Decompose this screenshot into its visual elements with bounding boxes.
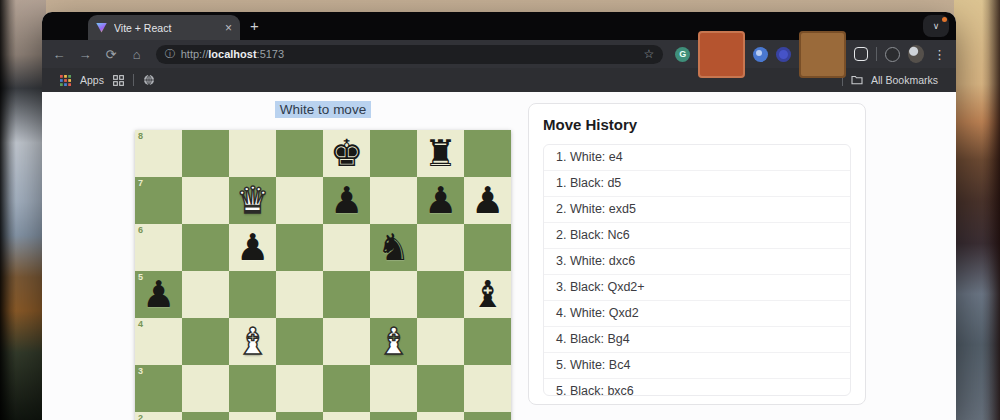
turn-status-text: White to move [275, 101, 371, 118]
squares-bookmark-icon[interactable] [113, 75, 124, 86]
square-c5[interactable] [229, 271, 276, 318]
desktop-wallpaper-right [954, 0, 1000, 420]
profile-avatar[interactable] [908, 45, 924, 63]
square-a8[interactable]: 8 [135, 130, 182, 177]
square-d4[interactable] [276, 318, 323, 365]
move-row: 5. White: Bc4 [544, 353, 850, 379]
move-row: 1. Black: d5 [544, 171, 850, 197]
indigo-extension-icon[interactable] [776, 47, 791, 62]
home-button[interactable]: ⌂ [130, 47, 144, 62]
square-b4[interactable] [182, 318, 229, 365]
square-c2[interactable] [229, 412, 276, 420]
globe-bookmark-icon[interactable] [143, 74, 155, 86]
square-h8[interactable] [464, 130, 511, 177]
square-a4[interactable]: 4 [135, 318, 182, 365]
back-button[interactable]: ← [52, 47, 66, 62]
square-g6[interactable] [417, 224, 464, 271]
black-rook-g8[interactable]: ♜ [417, 130, 464, 177]
blue-swirl-extension-icon[interactable] [753, 47, 768, 62]
square-e2[interactable] [323, 412, 370, 420]
rank-label-3: 3 [138, 366, 143, 376]
square-h2[interactable] [464, 412, 511, 420]
square-d3[interactable] [276, 365, 323, 412]
square-b5[interactable] [182, 271, 229, 318]
browser-window: Vite + React × + ∨ ← → ⟳ ⌂ ⓘ http://loca… [42, 12, 956, 420]
square-f3[interactable] [370, 365, 417, 412]
black-knight-f6[interactable]: ♞ [370, 224, 417, 271]
toolbar-separator [876, 47, 877, 61]
square-d6[interactable] [276, 224, 323, 271]
square-g8[interactable]: ♜ [417, 130, 464, 177]
square-c8[interactable] [229, 130, 276, 177]
square-e3[interactable] [323, 365, 370, 412]
address-bar[interactable]: ⓘ http://localhost:5173 ☆ [156, 45, 664, 64]
new-tab-button[interactable]: + [250, 18, 259, 33]
update-dot [942, 17, 947, 22]
square-g5[interactable] [417, 271, 464, 318]
turn-status: White to move [135, 100, 511, 118]
vite-favicon-icon [96, 23, 107, 33]
move-history-title: Move History [543, 116, 851, 133]
rank-label-4: 4 [138, 319, 143, 329]
square-h4[interactable] [464, 318, 511, 365]
square-h3[interactable] [464, 365, 511, 412]
move-row: 4. Black: Bg4 [544, 327, 850, 353]
extensions-menu-icon[interactable] [854, 47, 868, 61]
chess-board[interactable]: 8♚♜7♛♟♟♟6♟♞5♟♝4♝♝321 [135, 130, 511, 420]
white-bishop-c4[interactable]: ♝ [229, 318, 276, 365]
square-d2[interactable] [276, 412, 323, 420]
square-a5[interactable]: 5♟ [135, 271, 182, 318]
square-f8[interactable] [370, 130, 417, 177]
url-text: http://localhost:5173 [181, 48, 284, 60]
rank-label-6: 6 [138, 225, 143, 235]
tab-title: Vite + React [114, 22, 218, 34]
tab-close-icon[interactable]: × [225, 22, 232, 34]
square-d8[interactable] [276, 130, 323, 177]
square-e4[interactable] [323, 318, 370, 365]
square-f4[interactable]: ♝ [370, 318, 417, 365]
black-bishop-h5[interactable]: ♝ [464, 271, 511, 318]
square-c4[interactable]: ♝ [229, 318, 276, 365]
grammarly-extension-icon[interactable]: G [675, 47, 690, 62]
square-h7[interactable]: ♟ [464, 177, 511, 224]
square-f5[interactable] [370, 271, 417, 318]
black-pawn-c6[interactable]: ♟ [229, 224, 276, 271]
square-c7[interactable]: ♛ [229, 177, 276, 224]
shield-extension-icon[interactable] [885, 47, 900, 62]
square-d7[interactable] [276, 177, 323, 224]
square-a6[interactable]: 6 [135, 224, 182, 271]
browser-toolbar: ← → ⟳ ⌂ ⓘ http://localhost:5173 ☆ G ⋮ [42, 40, 956, 68]
square-g7[interactable]: ♟ [417, 177, 464, 224]
square-f6[interactable]: ♞ [370, 224, 417, 271]
white-queen-c7[interactable]: ♛ [229, 177, 276, 224]
move-row: 3. Black: Qxd2+ [544, 275, 850, 301]
square-g4[interactable] [417, 318, 464, 365]
apps-bookmark-label[interactable]: Apps [80, 74, 104, 86]
all-bookmarks-button[interactable]: All Bookmarks [871, 74, 938, 86]
black-pawn-a5[interactable]: ♟ [135, 271, 182, 318]
bookmark-star-button[interactable]: ☆ [644, 47, 655, 61]
black-pawn-h7[interactable]: ♟ [464, 177, 511, 224]
forward-button[interactable]: → [78, 47, 92, 62]
desktop-wallpaper-left [0, 0, 46, 420]
square-c6[interactable]: ♟ [229, 224, 276, 271]
square-a2[interactable]: 2 [135, 412, 182, 420]
square-e7[interactable]: ♟ [323, 177, 370, 224]
folder-icon [851, 75, 863, 85]
square-c3[interactable] [229, 365, 276, 412]
black-pawn-g7[interactable]: ♟ [417, 177, 464, 224]
move-row: 5. Black: bxc6 [544, 379, 850, 396]
square-b2[interactable] [182, 412, 229, 420]
square-e8[interactable]: ♚ [323, 130, 370, 177]
black-pawn-e7[interactable]: ♟ [323, 177, 370, 224]
square-b7[interactable] [182, 177, 229, 224]
move-history-panel: Move History 1. White: e41. Black: d52. … [528, 103, 866, 405]
square-a7[interactable]: 7 [135, 177, 182, 224]
black-king-e8[interactable]: ♚ [323, 130, 370, 177]
square-f2[interactable] [370, 412, 417, 420]
square-a3[interactable]: 3 [135, 365, 182, 412]
brown-extension-icon[interactable] [799, 31, 846, 78]
bookmarks-separator [133, 74, 134, 86]
rank-label-2: 2 [138, 413, 143, 420]
site-info-icon[interactable]: ⓘ [165, 47, 175, 61]
rank-label-7: 7 [138, 178, 143, 188]
reload-button[interactable]: ⟳ [104, 47, 118, 62]
move-history-list[interactable]: 1. White: e41. Black: d52. White: exd52.… [543, 144, 851, 396]
square-f7[interactable] [370, 177, 417, 224]
red-extension-icon[interactable] [698, 31, 745, 78]
square-b6[interactable] [182, 224, 229, 271]
move-row: 1. White: e4 [544, 145, 850, 171]
tab-search-button[interactable]: ∨ [923, 15, 949, 37]
square-h6[interactable] [464, 224, 511, 271]
white-bishop-f4[interactable]: ♝ [370, 318, 417, 365]
square-b3[interactable] [182, 365, 229, 412]
square-b8[interactable] [182, 130, 229, 177]
square-d5[interactable] [276, 271, 323, 318]
square-h5[interactable]: ♝ [464, 271, 511, 318]
tab-vite-react[interactable]: Vite + React × [88, 15, 240, 40]
page-content: White to move 8♚♜7♛♟♟♟6♟♞5♟♝4♝♝321 Move … [42, 92, 956, 420]
browser-menu-button[interactable]: ⋮ [933, 47, 946, 62]
move-row: 2. Black: Nc6 [544, 223, 850, 249]
square-g3[interactable] [417, 365, 464, 412]
move-row: 4. White: Qxd2 [544, 301, 850, 327]
apps-grid-icon[interactable] [60, 75, 71, 86]
move-row: 2. White: exd5 [544, 197, 850, 223]
square-e6[interactable] [323, 224, 370, 271]
square-g2[interactable] [417, 412, 464, 420]
move-row: 3. White: dxc6 [544, 249, 850, 275]
square-e5[interactable] [323, 271, 370, 318]
rank-label-8: 8 [138, 131, 143, 141]
